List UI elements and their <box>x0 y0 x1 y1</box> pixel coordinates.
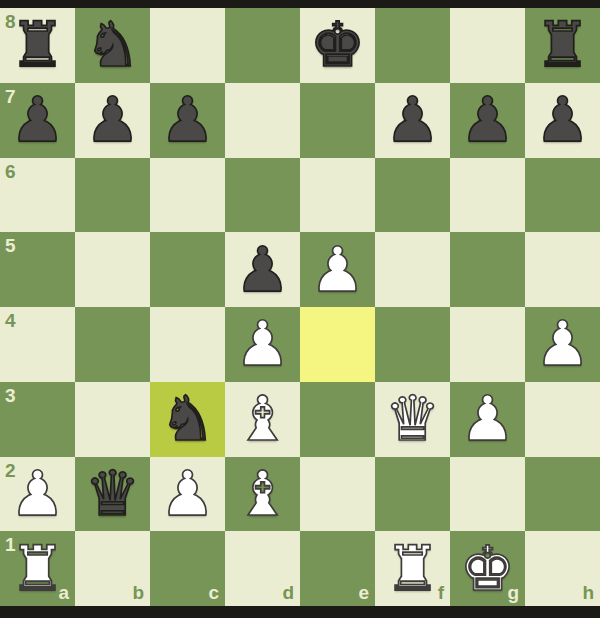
square-e2[interactable] <box>300 457 375 532</box>
black-knight[interactable]: ♞ <box>150 382 225 457</box>
square-g8[interactable] <box>450 8 525 83</box>
black-pawn[interactable]: ♟ <box>0 83 75 158</box>
square-c2[interactable]: ♟ <box>150 457 225 532</box>
square-h7[interactable]: ♟ <box>525 83 600 158</box>
black-pawn[interactable]: ♟ <box>450 83 525 158</box>
square-b3[interactable] <box>75 382 150 457</box>
white-pawn[interactable]: ♟ <box>150 457 225 532</box>
square-d8[interactable] <box>225 8 300 83</box>
square-h1[interactable]: h <box>525 531 600 606</box>
square-f8[interactable] <box>375 8 450 83</box>
square-d6[interactable] <box>225 158 300 233</box>
black-pawn[interactable]: ♟ <box>150 83 225 158</box>
square-h6[interactable] <box>525 158 600 233</box>
white-pawn[interactable]: ♟ <box>450 382 525 457</box>
square-d3[interactable]: ♝ <box>225 382 300 457</box>
black-pawn[interactable]: ♟ <box>225 232 300 307</box>
square-f3[interactable]: ♛ <box>375 382 450 457</box>
square-g4[interactable] <box>450 307 525 382</box>
file-label-e: e <box>358 583 369 602</box>
file-label-c: c <box>208 583 219 602</box>
white-pawn[interactable]: ♟ <box>300 232 375 307</box>
file-label-h: h <box>582 583 594 602</box>
white-bishop[interactable]: ♝ <box>225 457 300 532</box>
file-label-d: d <box>282 583 294 602</box>
square-b5[interactable] <box>75 232 150 307</box>
square-g5[interactable] <box>450 232 525 307</box>
square-c1[interactable]: c <box>150 531 225 606</box>
square-g7[interactable]: ♟ <box>450 83 525 158</box>
square-f2[interactable] <box>375 457 450 532</box>
square-h4[interactable]: ♟ <box>525 307 600 382</box>
black-rook[interactable]: ♜ <box>0 8 75 83</box>
square-f5[interactable] <box>375 232 450 307</box>
square-c6[interactable] <box>150 158 225 233</box>
rank-label-4: 4 <box>5 311 16 330</box>
square-a4[interactable]: 4 <box>0 307 75 382</box>
square-h2[interactable] <box>525 457 600 532</box>
square-e6[interactable] <box>300 158 375 233</box>
square-g6[interactable] <box>450 158 525 233</box>
black-pawn[interactable]: ♟ <box>75 83 150 158</box>
square-d7[interactable] <box>225 83 300 158</box>
chess-board: 8♜♞♚♜7♟♟♟♟♟♟65♟♟4♟♟3♞♝♛♟2♟♛♟♝1a♜bcdef♜g♚… <box>0 8 600 606</box>
white-rook[interactable]: ♜ <box>375 531 450 606</box>
square-h8[interactable]: ♜ <box>525 8 600 83</box>
square-d2[interactable]: ♝ <box>225 457 300 532</box>
black-rook[interactable]: ♜ <box>525 8 600 83</box>
square-a1[interactable]: 1a♜ <box>0 531 75 606</box>
square-b6[interactable] <box>75 158 150 233</box>
square-a8[interactable]: 8♜ <box>0 8 75 83</box>
square-h5[interactable] <box>525 232 600 307</box>
square-b1[interactable]: b <box>75 531 150 606</box>
square-c5[interactable] <box>150 232 225 307</box>
top-letterbox-bar <box>0 0 600 8</box>
square-a6[interactable]: 6 <box>0 158 75 233</box>
black-knight[interactable]: ♞ <box>75 8 150 83</box>
square-h3[interactable] <box>525 382 600 457</box>
rank-label-6: 6 <box>5 162 16 181</box>
square-g1[interactable]: g♚ <box>450 531 525 606</box>
square-g2[interactable] <box>450 457 525 532</box>
rank-label-5: 5 <box>5 236 16 255</box>
square-d5[interactable]: ♟ <box>225 232 300 307</box>
square-b4[interactable] <box>75 307 150 382</box>
square-e4[interactable] <box>300 307 375 382</box>
file-label-b: b <box>132 583 144 602</box>
square-b8[interactable]: ♞ <box>75 8 150 83</box>
square-f6[interactable] <box>375 158 450 233</box>
white-pawn[interactable]: ♟ <box>525 307 600 382</box>
square-a3[interactable]: 3 <box>0 382 75 457</box>
bottom-letterbox-bar <box>0 606 600 618</box>
white-pawn[interactable]: ♟ <box>0 457 75 532</box>
black-king[interactable]: ♚ <box>300 8 375 83</box>
black-pawn[interactable]: ♟ <box>375 83 450 158</box>
square-f7[interactable]: ♟ <box>375 83 450 158</box>
white-bishop[interactable]: ♝ <box>225 382 300 457</box>
square-f4[interactable] <box>375 307 450 382</box>
white-king[interactable]: ♚ <box>450 531 525 606</box>
square-d4[interactable]: ♟ <box>225 307 300 382</box>
square-c4[interactable] <box>150 307 225 382</box>
square-c3[interactable]: ♞ <box>150 382 225 457</box>
square-c7[interactable]: ♟ <box>150 83 225 158</box>
square-a2[interactable]: 2♟ <box>0 457 75 532</box>
chess-app-frame: 8♜♞♚♜7♟♟♟♟♟♟65♟♟4♟♟3♞♝♛♟2♟♛♟♝1a♜bcdef♜g♚… <box>0 0 600 618</box>
square-e8[interactable]: ♚ <box>300 8 375 83</box>
square-e7[interactable] <box>300 83 375 158</box>
white-queen[interactable]: ♛ <box>375 382 450 457</box>
square-e5[interactable]: ♟ <box>300 232 375 307</box>
square-g3[interactable]: ♟ <box>450 382 525 457</box>
square-e1[interactable]: e <box>300 531 375 606</box>
square-f1[interactable]: f♜ <box>375 531 450 606</box>
square-c8[interactable] <box>150 8 225 83</box>
square-b7[interactable]: ♟ <box>75 83 150 158</box>
square-d1[interactable]: d <box>225 531 300 606</box>
square-a5[interactable]: 5 <box>0 232 75 307</box>
black-pawn[interactable]: ♟ <box>525 83 600 158</box>
white-pawn[interactable]: ♟ <box>225 307 300 382</box>
white-rook[interactable]: ♜ <box>0 531 75 606</box>
square-b2[interactable]: ♛ <box>75 457 150 532</box>
rank-label-3: 3 <box>5 386 16 405</box>
square-e3[interactable] <box>300 382 375 457</box>
black-queen[interactable]: ♛ <box>75 457 150 532</box>
square-a7[interactable]: 7♟ <box>0 83 75 158</box>
